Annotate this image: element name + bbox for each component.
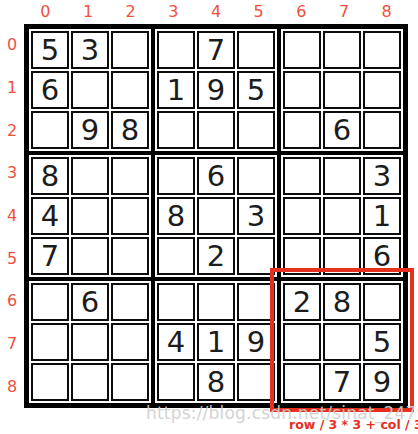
cell-r2c0[interactable] <box>31 111 69 149</box>
cell-r7c3[interactable]: 4 <box>157 323 195 361</box>
cell-r2c7[interactable]: 6 <box>323 111 361 149</box>
cell-r6c2[interactable] <box>111 283 149 321</box>
cell-r5c1[interactable] <box>71 237 109 275</box>
cell-r1c4[interactable]: 9 <box>197 71 235 109</box>
column-label-2: 2 <box>109 2 152 22</box>
sudoku-diagram: 012345678 012345678 53698719568476832316… <box>0 0 418 434</box>
box-5: 316 <box>279 153 405 279</box>
cell-r5c4[interactable]: 2 <box>197 237 235 275</box>
cell-r7c0[interactable] <box>31 323 69 361</box>
cell-r2c3[interactable] <box>157 111 195 149</box>
cell-r0c6[interactable] <box>283 31 321 69</box>
cell-r8c3[interactable] <box>157 363 195 401</box>
column-label-3: 3 <box>152 2 195 22</box>
cell-r2c8[interactable] <box>363 111 401 149</box>
cell-r8c4[interactable]: 8 <box>197 363 235 401</box>
box-2: 6 <box>279 27 405 153</box>
cell-r1c7[interactable] <box>323 71 361 109</box>
box-0: 53698 <box>27 27 153 153</box>
highlight-rect <box>270 268 414 412</box>
cell-r5c2[interactable] <box>111 237 149 275</box>
cell-r0c3[interactable] <box>157 31 195 69</box>
cell-r8c0[interactable] <box>31 363 69 401</box>
box-4: 6832 <box>153 153 279 279</box>
row-label-0: 0 <box>0 24 24 67</box>
cell-r3c0[interactable]: 8 <box>31 157 69 195</box>
cell-r4c8[interactable]: 1 <box>363 197 401 235</box>
cell-r1c5[interactable]: 5 <box>237 71 275 109</box>
column-label-1: 1 <box>67 2 110 22</box>
cell-r0c7[interactable] <box>323 31 361 69</box>
cell-r4c2[interactable] <box>111 197 149 235</box>
cell-r1c2[interactable] <box>111 71 149 109</box>
cell-r3c1[interactable] <box>71 157 109 195</box>
cell-r3c7[interactable] <box>323 157 361 195</box>
cell-r1c8[interactable] <box>363 71 401 109</box>
row-label-7: 7 <box>0 323 24 366</box>
cell-r4c1[interactable] <box>71 197 109 235</box>
cell-r8c2[interactable] <box>111 363 149 401</box>
cell-r1c0[interactable]: 6 <box>31 71 69 109</box>
cell-r4c5[interactable]: 3 <box>237 197 275 235</box>
cell-r6c0[interactable] <box>31 283 69 321</box>
cell-r0c4[interactable]: 7 <box>197 31 235 69</box>
row-label-6: 6 <box>0 280 24 323</box>
row-label-4: 4 <box>0 195 24 238</box>
cell-r3c3[interactable] <box>157 157 195 195</box>
cell-r1c3[interactable]: 1 <box>157 71 195 109</box>
box-6: 6 <box>27 279 153 405</box>
cell-r0c0[interactable]: 5 <box>31 31 69 69</box>
row-label-2: 2 <box>0 109 24 152</box>
cell-r4c7[interactable] <box>323 197 361 235</box>
box-3: 847 <box>27 153 153 279</box>
cell-r1c6[interactable] <box>283 71 321 109</box>
row-labels: 012345678 <box>0 24 24 408</box>
cell-r0c5[interactable] <box>237 31 275 69</box>
row-label-5: 5 <box>0 237 24 280</box>
cell-r1c1[interactable] <box>71 71 109 109</box>
cell-r3c2[interactable] <box>111 157 149 195</box>
cell-r8c1[interactable] <box>71 363 109 401</box>
cell-r4c3[interactable]: 8 <box>157 197 195 235</box>
column-label-5: 5 <box>237 2 280 22</box>
cell-r7c4[interactable]: 1 <box>197 323 235 361</box>
cell-r2c5[interactable] <box>237 111 275 149</box>
cell-r4c4[interactable] <box>197 197 235 235</box>
column-label-8: 8 <box>365 2 408 22</box>
cell-r4c6[interactable] <box>283 197 321 235</box>
cell-r6c4[interactable] <box>197 283 235 321</box>
row-label-3: 3 <box>0 152 24 195</box>
formula-caption: row / 3 * 3 + col / 3 <box>289 417 418 432</box>
cell-r7c2[interactable] <box>111 323 149 361</box>
box-1: 7195 <box>153 27 279 153</box>
cell-r0c2[interactable] <box>111 31 149 69</box>
cell-r6c3[interactable] <box>157 283 195 321</box>
cell-r4c0[interactable]: 4 <box>31 197 69 235</box>
cell-r0c1[interactable]: 3 <box>71 31 109 69</box>
column-label-6: 6 <box>280 2 323 22</box>
column-label-0: 0 <box>24 2 67 22</box>
cell-r0c8[interactable] <box>363 31 401 69</box>
cell-r5c0[interactable]: 7 <box>31 237 69 275</box>
cell-r2c2[interactable]: 8 <box>111 111 149 149</box>
box-7: 4198 <box>153 279 279 405</box>
row-label-8: 8 <box>0 365 24 408</box>
cell-r3c4[interactable]: 6 <box>197 157 235 195</box>
cell-r3c8[interactable]: 3 <box>363 157 401 195</box>
row-label-1: 1 <box>0 67 24 110</box>
cell-r5c3[interactable] <box>157 237 195 275</box>
column-labels: 012345678 <box>24 2 408 22</box>
column-label-7: 7 <box>323 2 366 22</box>
cell-r6c1[interactable]: 6 <box>71 283 109 321</box>
cell-r3c6[interactable] <box>283 157 321 195</box>
column-label-4: 4 <box>195 2 238 22</box>
cell-r7c1[interactable] <box>71 323 109 361</box>
cell-r2c1[interactable]: 9 <box>71 111 109 149</box>
cell-r3c5[interactable] <box>237 157 275 195</box>
cell-r2c4[interactable] <box>197 111 235 149</box>
cell-r2c6[interactable] <box>283 111 321 149</box>
